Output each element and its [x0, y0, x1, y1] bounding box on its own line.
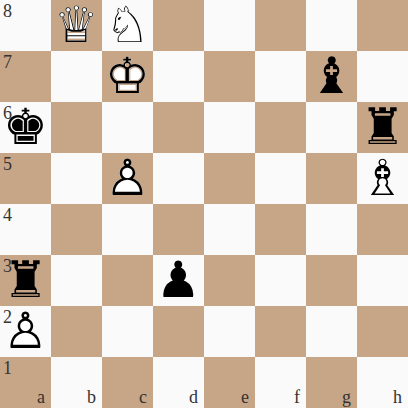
- square-a5[interactable]: 5: [0, 153, 51, 204]
- square-c6[interactable]: [102, 102, 153, 153]
- file-label-a: a: [37, 388, 45, 406]
- square-h6[interactable]: ♜: [357, 102, 408, 153]
- square-b7[interactable]: [51, 51, 102, 102]
- square-b3[interactable]: [51, 255, 102, 306]
- square-c1[interactable]: c: [102, 357, 153, 408]
- square-g2[interactable]: [306, 306, 357, 357]
- square-g5[interactable]: [306, 153, 357, 204]
- file-label-f: f: [294, 388, 300, 406]
- square-c5[interactable]: ♟♙: [102, 153, 153, 204]
- square-e8[interactable]: [204, 0, 255, 51]
- square-f7[interactable]: [255, 51, 306, 102]
- file-label-g: g: [342, 388, 351, 406]
- square-c8[interactable]: ♞♘: [102, 0, 153, 51]
- file-label-e: e: [241, 388, 249, 406]
- square-d6[interactable]: [153, 102, 204, 153]
- square-b6[interactable]: [51, 102, 102, 153]
- piece-white-pawn[interactable]: ♟♙: [102, 153, 153, 204]
- square-c7[interactable]: ♚♔: [102, 51, 153, 102]
- piece-black-pawn[interactable]: ♟: [153, 255, 204, 306]
- square-c3[interactable]: [102, 255, 153, 306]
- square-f8[interactable]: [255, 0, 306, 51]
- square-c2[interactable]: [102, 306, 153, 357]
- rank-label-8: 8: [3, 2, 12, 20]
- file-label-d: d: [189, 388, 198, 406]
- square-b8[interactable]: ♛♕: [51, 0, 102, 51]
- rank-label-1: 1: [3, 359, 12, 377]
- square-c4[interactable]: [102, 204, 153, 255]
- square-a3[interactable]: 3♜: [0, 255, 51, 306]
- square-e6[interactable]: [204, 102, 255, 153]
- square-g8[interactable]: [306, 0, 357, 51]
- square-d1[interactable]: d: [153, 357, 204, 408]
- square-d7[interactable]: [153, 51, 204, 102]
- square-a2[interactable]: 2♟♙: [0, 306, 51, 357]
- piece-black-rook[interactable]: ♜: [357, 102, 408, 153]
- square-b5[interactable]: [51, 153, 102, 204]
- square-e2[interactable]: [204, 306, 255, 357]
- square-a7[interactable]: 7: [0, 51, 51, 102]
- square-f2[interactable]: [255, 306, 306, 357]
- square-d2[interactable]: [153, 306, 204, 357]
- rank-label-5: 5: [3, 155, 12, 173]
- piece-white-king[interactable]: ♚♔: [102, 51, 153, 102]
- square-h1[interactable]: h: [357, 357, 408, 408]
- file-label-c: c: [139, 388, 147, 406]
- square-d4[interactable]: [153, 204, 204, 255]
- square-g4[interactable]: [306, 204, 357, 255]
- piece-white-pawn[interactable]: ♟♙: [0, 306, 51, 357]
- piece-white-knight[interactable]: ♞♘: [102, 0, 153, 51]
- square-h3[interactable]: [357, 255, 408, 306]
- piece-black-bishop[interactable]: ♝: [306, 51, 357, 102]
- square-e5[interactable]: [204, 153, 255, 204]
- square-h5[interactable]: ♝♗: [357, 153, 408, 204]
- square-g3[interactable]: [306, 255, 357, 306]
- piece-black-rook[interactable]: ♜: [0, 255, 51, 306]
- square-b1[interactable]: b: [51, 357, 102, 408]
- square-d5[interactable]: [153, 153, 204, 204]
- square-f5[interactable]: [255, 153, 306, 204]
- piece-outline: ♗: [357, 153, 408, 204]
- chess-board: 8♛♕♞♘7♚♔♝6♚♜5♟♙♝♗43♜♟2♟♙1abcdefgh: [0, 0, 408, 408]
- square-b4[interactable]: [51, 204, 102, 255]
- piece-outline: ♔: [102, 51, 153, 102]
- square-b2[interactable]: [51, 306, 102, 357]
- square-f6[interactable]: [255, 102, 306, 153]
- square-e7[interactable]: [204, 51, 255, 102]
- piece-outline: ♘: [102, 0, 153, 51]
- square-d3[interactable]: ♟: [153, 255, 204, 306]
- square-f3[interactable]: [255, 255, 306, 306]
- rank-label-4: 4: [3, 206, 12, 224]
- square-h8[interactable]: [357, 0, 408, 51]
- square-h2[interactable]: [357, 306, 408, 357]
- file-label-h: h: [393, 388, 402, 406]
- square-a8[interactable]: 8: [0, 0, 51, 51]
- square-a1[interactable]: 1a: [0, 357, 51, 408]
- piece-outline: ♙: [102, 153, 153, 204]
- piece-white-queen[interactable]: ♛♕: [51, 0, 102, 51]
- square-h4[interactable]: [357, 204, 408, 255]
- square-a4[interactable]: 4: [0, 204, 51, 255]
- square-d8[interactable]: [153, 0, 204, 51]
- piece-outline: ♙: [0, 306, 51, 357]
- square-f4[interactable]: [255, 204, 306, 255]
- file-label-b: b: [87, 388, 96, 406]
- square-a6[interactable]: 6♚: [0, 102, 51, 153]
- rank-label-7: 7: [3, 53, 12, 71]
- piece-white-bishop[interactable]: ♝♗: [357, 153, 408, 204]
- square-e1[interactable]: e: [204, 357, 255, 408]
- piece-outline: ♕: [51, 0, 102, 51]
- square-g6[interactable]: [306, 102, 357, 153]
- square-g7[interactable]: ♝: [306, 51, 357, 102]
- square-h7[interactable]: [357, 51, 408, 102]
- square-e4[interactable]: [204, 204, 255, 255]
- square-e3[interactable]: [204, 255, 255, 306]
- square-g1[interactable]: g: [306, 357, 357, 408]
- piece-black-king[interactable]: ♚: [0, 102, 51, 153]
- square-f1[interactable]: f: [255, 357, 306, 408]
